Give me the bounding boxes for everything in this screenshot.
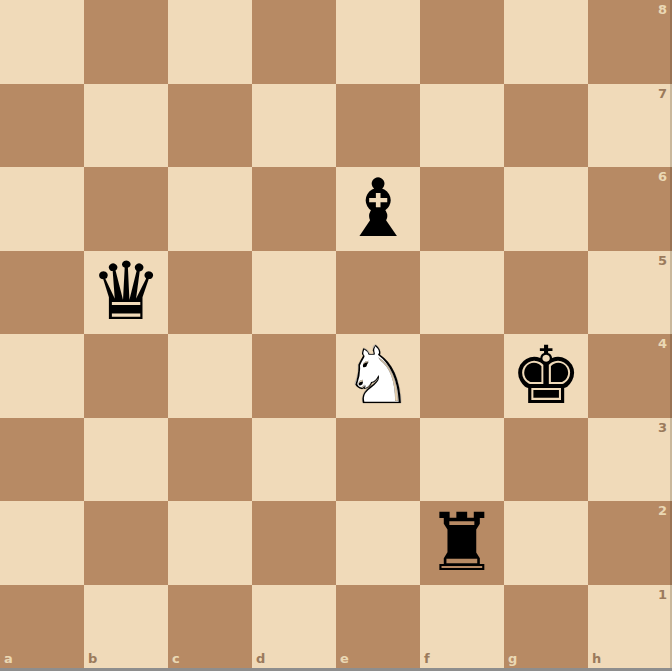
square-g8[interactable] bbox=[504, 0, 588, 84]
square-a4[interactable] bbox=[0, 334, 84, 418]
rank-label-2: 2 bbox=[658, 504, 667, 517]
square-a7[interactable] bbox=[0, 84, 84, 168]
file-label-f: f bbox=[424, 652, 430, 665]
square-e3[interactable] bbox=[336, 418, 420, 502]
square-g3[interactable] bbox=[504, 418, 588, 502]
rank-label-1: 1 bbox=[658, 588, 667, 601]
square-h4[interactable]: 4 bbox=[588, 334, 672, 418]
chess-board-widget: 87♝6♛5♞♘♚43♜2abcdefg1h bbox=[0, 0, 672, 671]
square-b7[interactable] bbox=[84, 84, 168, 168]
piece-black-queen[interactable]: ♛ bbox=[84, 251, 168, 335]
square-h2[interactable]: 2 bbox=[588, 501, 672, 585]
square-g7[interactable] bbox=[504, 84, 588, 168]
square-a8[interactable] bbox=[0, 0, 84, 84]
square-a6[interactable] bbox=[0, 167, 84, 251]
square-f5[interactable] bbox=[420, 251, 504, 335]
square-f1[interactable]: f bbox=[420, 585, 504, 669]
square-g5[interactable] bbox=[504, 251, 588, 335]
square-g4[interactable]: ♚ bbox=[504, 334, 588, 418]
square-c4[interactable] bbox=[168, 334, 252, 418]
square-b5[interactable]: ♛ bbox=[84, 251, 168, 335]
square-a3[interactable] bbox=[0, 418, 84, 502]
square-b1[interactable]: b bbox=[84, 585, 168, 669]
square-c7[interactable] bbox=[168, 84, 252, 168]
file-label-a: a bbox=[4, 652, 13, 665]
square-d2[interactable] bbox=[252, 501, 336, 585]
square-d3[interactable] bbox=[252, 418, 336, 502]
square-e4[interactable]: ♞♘ bbox=[336, 334, 420, 418]
rank-label-4: 4 bbox=[658, 337, 667, 350]
square-f8[interactable] bbox=[420, 0, 504, 84]
file-label-e: e bbox=[340, 652, 349, 665]
square-a1[interactable]: a bbox=[0, 585, 84, 669]
square-h6[interactable]: 6 bbox=[588, 167, 672, 251]
square-a2[interactable] bbox=[0, 501, 84, 585]
file-label-b: b bbox=[88, 652, 97, 665]
file-label-h: h bbox=[592, 652, 601, 665]
square-b2[interactable] bbox=[84, 501, 168, 585]
square-f7[interactable] bbox=[420, 84, 504, 168]
square-e8[interactable] bbox=[336, 0, 420, 84]
square-c1[interactable]: c bbox=[168, 585, 252, 669]
rank-label-6: 6 bbox=[658, 170, 667, 183]
square-e7[interactable] bbox=[336, 84, 420, 168]
rank-label-5: 5 bbox=[658, 254, 667, 267]
square-f4[interactable] bbox=[420, 334, 504, 418]
square-g1[interactable]: g bbox=[504, 585, 588, 669]
square-b6[interactable] bbox=[84, 167, 168, 251]
chess-board: 87♝6♛5♞♘♚43♜2abcdefg1h bbox=[0, 0, 672, 668]
square-c8[interactable] bbox=[168, 0, 252, 84]
square-e2[interactable] bbox=[336, 501, 420, 585]
square-a5[interactable] bbox=[0, 251, 84, 335]
file-label-c: c bbox=[172, 652, 180, 665]
piece-outline-glyph: ♘ bbox=[336, 334, 420, 418]
square-d4[interactable] bbox=[252, 334, 336, 418]
rank-label-7: 7 bbox=[658, 87, 667, 100]
square-d1[interactable]: d bbox=[252, 585, 336, 669]
square-d8[interactable] bbox=[252, 0, 336, 84]
piece-white-knight[interactable]: ♞♘ bbox=[336, 334, 420, 418]
square-d6[interactable] bbox=[252, 167, 336, 251]
square-c5[interactable] bbox=[168, 251, 252, 335]
file-label-g: g bbox=[508, 652, 517, 665]
square-g2[interactable] bbox=[504, 501, 588, 585]
square-h7[interactable]: 7 bbox=[588, 84, 672, 168]
square-e1[interactable]: e bbox=[336, 585, 420, 669]
square-h8[interactable]: 8 bbox=[588, 0, 672, 84]
square-b8[interactable] bbox=[84, 0, 168, 84]
piece-black-king[interactable]: ♚ bbox=[504, 334, 588, 418]
square-e6[interactable]: ♝ bbox=[336, 167, 420, 251]
piece-black-rook[interactable]: ♜ bbox=[420, 501, 504, 585]
square-b4[interactable] bbox=[84, 334, 168, 418]
square-f2[interactable]: ♜ bbox=[420, 501, 504, 585]
piece-black-bishop[interactable]: ♝ bbox=[336, 167, 420, 251]
square-b3[interactable] bbox=[84, 418, 168, 502]
file-label-d: d bbox=[256, 652, 265, 665]
rank-label-3: 3 bbox=[658, 421, 667, 434]
square-f6[interactable] bbox=[420, 167, 504, 251]
square-d7[interactable] bbox=[252, 84, 336, 168]
square-c2[interactable] bbox=[168, 501, 252, 585]
rank-label-8: 8 bbox=[658, 3, 667, 16]
square-h1[interactable]: 1h bbox=[588, 585, 672, 669]
square-e5[interactable] bbox=[336, 251, 420, 335]
square-h5[interactable]: 5 bbox=[588, 251, 672, 335]
square-c3[interactable] bbox=[168, 418, 252, 502]
square-f3[interactable] bbox=[420, 418, 504, 502]
square-d5[interactable] bbox=[252, 251, 336, 335]
square-c6[interactable] bbox=[168, 167, 252, 251]
square-h3[interactable]: 3 bbox=[588, 418, 672, 502]
square-g6[interactable] bbox=[504, 167, 588, 251]
